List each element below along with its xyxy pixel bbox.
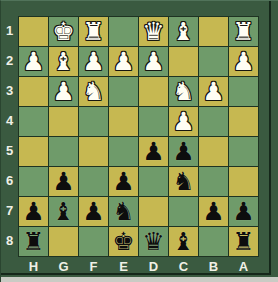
black-rook-icon[interactable]: ♜ bbox=[229, 227, 258, 256]
square-e8[interactable]: ♚ bbox=[109, 227, 138, 256]
black-bishop-icon[interactable]: ♝ bbox=[49, 197, 78, 226]
rank-label-3: 3 bbox=[3, 76, 16, 106]
square-a1[interactable]: ♜ bbox=[229, 17, 258, 46]
square-b5[interactable] bbox=[199, 137, 228, 166]
rank-label-8: 8 bbox=[3, 226, 16, 256]
square-d1[interactable]: ♛ bbox=[139, 17, 168, 46]
black-knight-icon[interactable]: ♞ bbox=[109, 197, 138, 226]
square-b2[interactable] bbox=[199, 47, 228, 76]
chess-app-window: ♚♜♛♝♜♟♝♟♟♟♟♟♞♞♟♟♟♟♟♟♞♟♝♟♞♟♟♜♚♛♝♜ 1234567… bbox=[0, 0, 278, 282]
white-pawn-icon[interactable]: ♟ bbox=[19, 47, 48, 76]
square-f6[interactable] bbox=[79, 167, 108, 196]
square-f3[interactable]: ♞ bbox=[79, 77, 108, 106]
window-bottom-strip bbox=[1, 277, 278, 282]
square-f8[interactable] bbox=[79, 227, 108, 256]
square-h1[interactable] bbox=[19, 17, 48, 46]
square-a3[interactable] bbox=[229, 77, 258, 106]
square-e2[interactable]: ♟ bbox=[109, 47, 138, 76]
white-rook-icon[interactable]: ♜ bbox=[79, 17, 108, 46]
square-c5[interactable]: ♟ bbox=[169, 137, 198, 166]
square-g8[interactable] bbox=[49, 227, 78, 256]
square-c7[interactable] bbox=[169, 197, 198, 226]
square-h7[interactable]: ♟ bbox=[19, 197, 48, 226]
square-g1[interactable]: ♚ bbox=[49, 17, 78, 46]
square-f1[interactable]: ♜ bbox=[79, 17, 108, 46]
white-king-icon[interactable]: ♚ bbox=[49, 17, 78, 46]
square-b4[interactable] bbox=[199, 107, 228, 136]
rank-label-5: 5 bbox=[3, 136, 16, 166]
white-queen-icon[interactable]: ♛ bbox=[139, 17, 168, 46]
square-a6[interactable] bbox=[229, 167, 258, 196]
white-bishop-icon[interactable]: ♝ bbox=[49, 47, 78, 76]
square-d5[interactable]: ♟ bbox=[139, 137, 168, 166]
square-a7[interactable]: ♟ bbox=[229, 197, 258, 226]
window-edge-line-right bbox=[269, 1, 271, 275]
square-c8[interactable]: ♝ bbox=[169, 227, 198, 256]
square-d3[interactable] bbox=[139, 77, 168, 106]
square-b1[interactable] bbox=[199, 17, 228, 46]
square-d4[interactable] bbox=[139, 107, 168, 136]
white-pawn-icon[interactable]: ♟ bbox=[229, 47, 258, 76]
white-pawn-icon[interactable]: ♟ bbox=[49, 77, 78, 106]
white-bishop-icon[interactable]: ♝ bbox=[169, 17, 198, 46]
rank-label-6: 6 bbox=[3, 166, 16, 196]
black-bishop-icon[interactable]: ♝ bbox=[169, 227, 198, 256]
black-rook-icon[interactable]: ♜ bbox=[19, 227, 48, 256]
square-d8[interactable]: ♛ bbox=[139, 227, 168, 256]
square-g7[interactable]: ♝ bbox=[49, 197, 78, 226]
square-b8[interactable] bbox=[199, 227, 228, 256]
black-knight-icon[interactable]: ♞ bbox=[169, 167, 198, 196]
square-h3[interactable] bbox=[19, 77, 48, 106]
white-pawn-icon[interactable]: ♟ bbox=[199, 77, 228, 106]
square-d6[interactable] bbox=[139, 167, 168, 196]
black-pawn-icon[interactable]: ♟ bbox=[229, 197, 258, 226]
square-c4[interactable]: ♟ bbox=[169, 107, 198, 136]
white-rook-icon[interactable]: ♜ bbox=[229, 17, 258, 46]
square-a8[interactable]: ♜ bbox=[229, 227, 258, 256]
square-b3[interactable]: ♟ bbox=[199, 77, 228, 106]
square-c6[interactable]: ♞ bbox=[169, 167, 198, 196]
square-h4[interactable] bbox=[19, 107, 48, 136]
chess-board: ♚♜♛♝♜♟♝♟♟♟♟♟♞♞♟♟♟♟♟♟♞♟♝♟♞♟♟♜♚♛♝♜ bbox=[18, 16, 259, 257]
white-pawn-icon[interactable]: ♟ bbox=[169, 107, 198, 136]
square-g2[interactable]: ♝ bbox=[49, 47, 78, 76]
white-knight-icon[interactable]: ♞ bbox=[169, 77, 198, 106]
square-h5[interactable] bbox=[19, 137, 48, 166]
square-e4[interactable] bbox=[109, 107, 138, 136]
square-g5[interactable] bbox=[49, 137, 78, 166]
square-f4[interactable] bbox=[79, 107, 108, 136]
square-e7[interactable]: ♞ bbox=[109, 197, 138, 226]
square-c2[interactable] bbox=[169, 47, 198, 76]
rank-label-2: 2 bbox=[3, 46, 16, 76]
square-a4[interactable] bbox=[229, 107, 258, 136]
square-e5[interactable] bbox=[109, 137, 138, 166]
square-g3[interactable]: ♟ bbox=[49, 77, 78, 106]
square-d2[interactable]: ♟ bbox=[139, 47, 168, 76]
square-h2[interactable]: ♟ bbox=[19, 47, 48, 76]
black-queen-icon[interactable]: ♛ bbox=[139, 227, 168, 256]
square-f7[interactable]: ♟ bbox=[79, 197, 108, 226]
black-pawn-icon[interactable]: ♟ bbox=[199, 197, 228, 226]
window-edge-line-bottom bbox=[1, 273, 271, 275]
square-e3[interactable] bbox=[109, 77, 138, 106]
black-pawn-icon[interactable]: ♟ bbox=[79, 197, 108, 226]
square-f5[interactable] bbox=[79, 137, 108, 166]
white-knight-icon[interactable]: ♞ bbox=[79, 77, 108, 106]
square-b6[interactable] bbox=[199, 167, 228, 196]
rank-label-1: 1 bbox=[3, 16, 16, 46]
black-pawn-icon[interactable]: ♟ bbox=[19, 197, 48, 226]
white-pawn-icon[interactable]: ♟ bbox=[139, 47, 168, 76]
square-a2[interactable]: ♟ bbox=[229, 47, 258, 76]
black-pawn-icon[interactable]: ♟ bbox=[49, 167, 78, 196]
rank-label-4: 4 bbox=[3, 106, 16, 136]
white-pawn-icon[interactable]: ♟ bbox=[109, 47, 138, 76]
square-c1[interactable]: ♝ bbox=[169, 17, 198, 46]
black-pawn-icon[interactable]: ♟ bbox=[109, 167, 138, 196]
black-king-icon[interactable]: ♚ bbox=[109, 227, 138, 256]
square-b7[interactable]: ♟ bbox=[199, 197, 228, 226]
square-h8[interactable]: ♜ bbox=[19, 227, 48, 256]
square-e6[interactable]: ♟ bbox=[109, 167, 138, 196]
square-e1[interactable] bbox=[109, 17, 138, 46]
square-a5[interactable] bbox=[229, 137, 258, 166]
square-g4[interactable] bbox=[49, 107, 78, 136]
black-pawn-icon[interactable]: ♟ bbox=[139, 137, 168, 166]
square-h6[interactable] bbox=[19, 167, 48, 196]
square-c3[interactable]: ♞ bbox=[169, 77, 198, 106]
square-g6[interactable]: ♟ bbox=[49, 167, 78, 196]
black-pawn-icon[interactable]: ♟ bbox=[169, 137, 198, 166]
square-d7[interactable] bbox=[139, 197, 168, 226]
rank-label-7: 7 bbox=[3, 196, 16, 226]
square-f2[interactable]: ♟ bbox=[79, 47, 108, 76]
white-pawn-icon[interactable]: ♟ bbox=[79, 47, 108, 76]
